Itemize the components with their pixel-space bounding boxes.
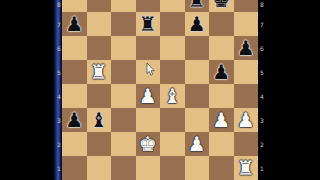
square-a6[interactable] — [62, 36, 87, 60]
rank-label-7: 7 — [259, 21, 265, 28]
white-pawn-d4[interactable]: ♟ — [136, 84, 161, 108]
square-b2[interactable] — [87, 132, 112, 156]
rank-label-1: 1 — [56, 165, 62, 172]
square-c1[interactable] — [111, 156, 136, 180]
square-a4[interactable] — [62, 84, 87, 108]
square-g4[interactable] — [209, 84, 234, 108]
chess-board[interactable]: ♜♚♟♜♟♟♜♟♟♝♟♝♟♟♚♟♜ — [62, 0, 258, 180]
square-f5[interactable] — [185, 60, 210, 84]
square-e2[interactable] — [160, 132, 185, 156]
square-e5[interactable] — [160, 60, 185, 84]
rank-label-3: 3 — [56, 117, 62, 124]
square-a2[interactable] — [62, 132, 87, 156]
square-h7[interactable] — [234, 12, 259, 36]
black-king-g8[interactable]: ♚ — [209, 0, 234, 12]
square-d8[interactable] — [136, 0, 161, 12]
rank-label-1: 1 — [259, 165, 265, 172]
black-rook-f8[interactable]: ♜ — [185, 0, 210, 12]
square-g6[interactable] — [209, 36, 234, 60]
square-c3[interactable] — [111, 108, 136, 132]
square-d6[interactable] — [136, 36, 161, 60]
square-g7[interactable] — [209, 12, 234, 36]
square-b8[interactable] — [87, 0, 112, 12]
black-pawn-h6[interactable]: ♟ — [234, 36, 259, 60]
white-pawn-g3[interactable]: ♟ — [209, 108, 234, 132]
square-h8[interactable] — [234, 0, 259, 12]
square-h5[interactable] — [234, 60, 259, 84]
square-a8[interactable] — [62, 0, 87, 12]
square-f6[interactable] — [185, 36, 210, 60]
square-c6[interactable] — [111, 36, 136, 60]
square-a5[interactable] — [62, 60, 87, 84]
square-b1[interactable] — [87, 156, 112, 180]
black-pawn-f7[interactable]: ♟ — [185, 12, 210, 36]
rank-label-3: 3 — [259, 117, 265, 124]
white-pawn-f2[interactable]: ♟ — [185, 132, 210, 156]
square-f3[interactable] — [185, 108, 210, 132]
square-c5[interactable] — [111, 60, 136, 84]
square-c7[interactable] — [111, 12, 136, 36]
rank-label-5: 5 — [259, 69, 265, 76]
square-g2[interactable] — [209, 132, 234, 156]
rank-label-4: 4 — [259, 93, 265, 100]
rank-label-6: 6 — [259, 45, 265, 52]
rank-label-8: 8 — [259, 1, 265, 8]
black-pawn-g5[interactable]: ♟ — [209, 60, 234, 84]
white-pawn-h3[interactable]: ♟ — [234, 108, 259, 132]
black-pawn-a3[interactable]: ♟ — [62, 108, 87, 132]
white-bishop-e4[interactable]: ♝ — [160, 84, 185, 108]
black-pawn-a7[interactable]: ♟ — [62, 12, 87, 36]
square-d1[interactable] — [136, 156, 161, 180]
square-e8[interactable] — [160, 0, 185, 12]
square-g1[interactable] — [209, 156, 234, 180]
mouse-cursor-icon — [146, 61, 155, 74]
square-e7[interactable] — [160, 12, 185, 36]
rank-label-7: 7 — [56, 21, 62, 28]
square-b7[interactable] — [87, 12, 112, 36]
rank-label-2: 2 — [259, 141, 265, 148]
square-b6[interactable] — [87, 36, 112, 60]
white-king-d2[interactable]: ♚ — [136, 132, 161, 156]
square-h4[interactable] — [234, 84, 259, 108]
rank-label-2: 2 — [56, 141, 62, 148]
rank-label-5: 5 — [56, 69, 62, 76]
square-c8[interactable] — [111, 0, 136, 12]
square-b4[interactable] — [87, 84, 112, 108]
rank-label-6: 6 — [56, 45, 62, 52]
square-f4[interactable] — [185, 84, 210, 108]
square-f1[interactable] — [185, 156, 210, 180]
square-c2[interactable] — [111, 132, 136, 156]
square-a1[interactable] — [62, 156, 87, 180]
chess-video-frame: ♜♚♟♜♟♟♜♟♟♝♟♝♟♟♚♟♜ 87654321 87654321 — [0, 0, 320, 180]
square-d3[interactable] — [136, 108, 161, 132]
white-rook-b5[interactable]: ♜ — [87, 60, 112, 84]
square-e1[interactable] — [160, 156, 185, 180]
rank-label-4: 4 — [56, 93, 62, 100]
square-e6[interactable] — [160, 36, 185, 60]
rank-label-8: 8 — [56, 1, 62, 8]
white-rook-h1[interactable]: ♜ — [234, 156, 259, 180]
black-rook-d7[interactable]: ♜ — [136, 12, 161, 36]
square-h2[interactable] — [234, 132, 259, 156]
square-c4[interactable] — [111, 84, 136, 108]
black-bishop-b3[interactable]: ♝ — [87, 108, 112, 132]
square-e3[interactable] — [160, 108, 185, 132]
